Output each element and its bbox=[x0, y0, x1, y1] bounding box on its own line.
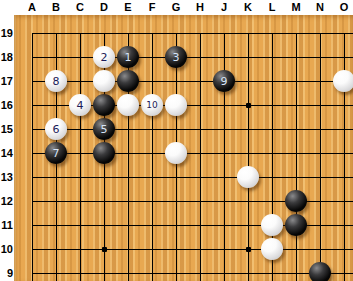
stone-white-B15[interactable]: 6 bbox=[45, 118, 67, 140]
column-label-N: N bbox=[308, 0, 332, 14]
move-number-label: 7 bbox=[45, 142, 67, 164]
move-number-label: 8 bbox=[45, 70, 67, 92]
column-label-C: C bbox=[68, 0, 92, 14]
grid-line-vertical-A bbox=[32, 33, 33, 281]
stone-black-D14[interactable] bbox=[93, 142, 115, 164]
column-label-O: O bbox=[332, 0, 353, 14]
stone-white-L10[interactable] bbox=[261, 238, 283, 260]
stone-black-E18[interactable]: 1 bbox=[117, 46, 139, 68]
move-number-label: 4 bbox=[69, 94, 91, 116]
star-point-K16 bbox=[246, 103, 251, 108]
move-number-label: 5 bbox=[93, 118, 115, 140]
stone-white-E16[interactable] bbox=[117, 94, 139, 116]
row-label-12: 12 bbox=[0, 194, 14, 208]
row-label-9: 9 bbox=[0, 266, 14, 280]
grid-line-horizontal-9 bbox=[32, 273, 353, 274]
column-label-J: J bbox=[212, 0, 236, 14]
grid-line-vertical-F bbox=[152, 33, 153, 281]
column-label-D: D bbox=[92, 0, 116, 14]
grid-line-horizontal-19 bbox=[32, 33, 353, 34]
row-label-11: 11 bbox=[0, 218, 14, 232]
column-label-A: A bbox=[20, 0, 44, 14]
move-number-label: 2 bbox=[93, 46, 115, 68]
row-label-13: 13 bbox=[0, 170, 14, 184]
move-number-label: 3 bbox=[165, 46, 187, 68]
move-number-label: 6 bbox=[45, 118, 67, 140]
grid-line-vertical-K bbox=[248, 33, 249, 281]
grid-line-vertical-M bbox=[296, 33, 297, 281]
stone-white-B17[interactable]: 8 bbox=[45, 70, 67, 92]
stone-black-B14[interactable]: 7 bbox=[45, 142, 67, 164]
go-board[interactable]: 12345678910 bbox=[14, 15, 353, 281]
go-board-diagram: ABCDEFGHJKLMNO 191817161514131211109 123… bbox=[0, 0, 353, 281]
stone-black-D15[interactable]: 5 bbox=[93, 118, 115, 140]
grid-line-horizontal-15 bbox=[32, 129, 353, 130]
grid-line-horizontal-14 bbox=[32, 153, 353, 154]
row-label-17: 17 bbox=[0, 74, 14, 88]
grid-line-vertical-H bbox=[200, 33, 201, 281]
stone-black-D16[interactable] bbox=[93, 94, 115, 116]
grid-line-horizontal-18 bbox=[32, 57, 353, 58]
stone-white-D17[interactable] bbox=[93, 70, 115, 92]
row-label-14: 14 bbox=[0, 146, 14, 160]
stone-black-M12[interactable] bbox=[285, 190, 307, 212]
stone-black-E17[interactable] bbox=[117, 70, 139, 92]
grid-line-horizontal-10 bbox=[32, 249, 353, 250]
star-point-D10 bbox=[102, 247, 107, 252]
move-number-label: 1 bbox=[117, 46, 139, 68]
row-label-18: 18 bbox=[0, 50, 14, 64]
column-label-B: B bbox=[44, 0, 68, 14]
stone-white-L11[interactable] bbox=[261, 214, 283, 236]
row-label-15: 15 bbox=[0, 122, 14, 136]
grid-line-horizontal-17 bbox=[32, 81, 353, 82]
stone-white-D18[interactable]: 2 bbox=[93, 46, 115, 68]
stone-white-K13[interactable] bbox=[237, 166, 259, 188]
move-number-label: 10 bbox=[141, 94, 163, 116]
grid-line-horizontal-13 bbox=[32, 177, 353, 178]
column-label-M: M bbox=[284, 0, 308, 14]
stone-white-G16[interactable] bbox=[165, 94, 187, 116]
column-label-F: F bbox=[140, 0, 164, 14]
stone-black-M11[interactable] bbox=[285, 214, 307, 236]
star-point-K10 bbox=[246, 247, 251, 252]
move-number-label: 9 bbox=[213, 70, 235, 92]
column-label-E: E bbox=[116, 0, 140, 14]
stone-white-O17[interactable] bbox=[333, 70, 353, 92]
grid-line-vertical-N bbox=[320, 33, 321, 281]
row-label-10: 10 bbox=[0, 242, 14, 256]
stone-black-N9[interactable] bbox=[309, 262, 331, 281]
stone-white-F16[interactable]: 10 bbox=[141, 94, 163, 116]
row-label-19: 19 bbox=[0, 26, 14, 40]
stone-black-G18[interactable]: 3 bbox=[165, 46, 187, 68]
grid-line-vertical-C bbox=[80, 33, 81, 281]
column-label-G: G bbox=[164, 0, 188, 14]
stone-black-J17[interactable]: 9 bbox=[213, 70, 235, 92]
stone-white-G14[interactable] bbox=[165, 142, 187, 164]
row-label-16: 16 bbox=[0, 98, 14, 112]
column-label-H: H bbox=[188, 0, 212, 14]
column-label-L: L bbox=[260, 0, 284, 14]
stone-white-C16[interactable]: 4 bbox=[69, 94, 91, 116]
column-label-K: K bbox=[236, 0, 260, 14]
